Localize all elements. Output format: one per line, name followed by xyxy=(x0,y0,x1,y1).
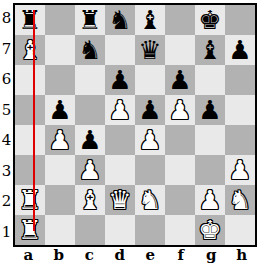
annotation-line xyxy=(33,10,35,231)
file-label-e: e xyxy=(135,246,166,263)
square-a2[interactable]: ♜ xyxy=(15,185,45,215)
square-b4[interactable]: ♟ xyxy=(45,125,75,155)
white-knight: ♞ xyxy=(138,185,161,215)
black-bishop: ♝ xyxy=(138,5,161,35)
square-f8[interactable] xyxy=(165,5,195,35)
square-d2[interactable]: ♛ xyxy=(105,185,135,215)
square-c6[interactable] xyxy=(75,65,105,95)
square-f6[interactable]: ♟ xyxy=(165,65,195,95)
black-bishop: ♝ xyxy=(198,35,221,65)
square-e6[interactable] xyxy=(135,65,165,95)
black-pawn: ♟ xyxy=(168,65,191,95)
square-e1[interactable] xyxy=(135,215,165,245)
square-b8[interactable] xyxy=(45,5,75,35)
white-rook: ♜ xyxy=(18,215,41,245)
square-f4[interactable] xyxy=(165,125,195,155)
square-g1[interactable]: ♚ xyxy=(195,215,225,245)
rank-label-8: 8 xyxy=(0,3,13,34)
rank-label-7: 7 xyxy=(0,34,13,65)
white-pawn: ♟ xyxy=(228,155,251,185)
white-bishop: ♝ xyxy=(18,35,41,65)
white-pawn: ♟ xyxy=(168,95,191,125)
square-f1[interactable] xyxy=(165,215,195,245)
square-h6[interactable] xyxy=(225,65,255,95)
square-a8[interactable]: ♜ xyxy=(15,5,45,35)
square-e8[interactable]: ♝ xyxy=(135,5,165,35)
square-b1[interactable] xyxy=(45,215,75,245)
square-c4[interactable]: ♟ xyxy=(75,125,105,155)
chess-board: ♜♜♞♝♚♝♞♛♝♟♟♟♟♟♟♟♟♟♟♟♟♟♜♝♛♞♟♞♜♚ xyxy=(13,3,257,247)
white-pawn: ♟ xyxy=(78,155,101,185)
square-f5[interactable]: ♟ xyxy=(165,95,195,125)
white-rook: ♜ xyxy=(18,185,41,215)
square-g2[interactable]: ♟ xyxy=(195,185,225,215)
black-queen: ♛ xyxy=(138,35,161,65)
square-c8[interactable]: ♜ xyxy=(75,5,105,35)
white-queen: ♛ xyxy=(108,185,131,215)
square-d3[interactable] xyxy=(105,155,135,185)
rank-label-1: 1 xyxy=(0,217,13,248)
square-e5[interactable]: ♟ xyxy=(135,95,165,125)
black-knight: ♞ xyxy=(108,5,131,35)
square-b5[interactable]: ♟ xyxy=(45,95,75,125)
black-knight: ♞ xyxy=(78,35,101,65)
square-a5[interactable] xyxy=(15,95,45,125)
square-d7[interactable] xyxy=(105,35,135,65)
square-h4[interactable] xyxy=(225,125,255,155)
file-label-f: f xyxy=(166,246,197,263)
square-c2[interactable]: ♝ xyxy=(75,185,105,215)
square-a6[interactable] xyxy=(15,65,45,95)
black-pawn: ♟ xyxy=(78,125,101,155)
black-pawn: ♟ xyxy=(138,95,161,125)
square-g3[interactable] xyxy=(195,155,225,185)
square-g8[interactable]: ♚ xyxy=(195,5,225,35)
square-h8[interactable] xyxy=(225,5,255,35)
square-a4[interactable] xyxy=(15,125,45,155)
square-c3[interactable]: ♟ xyxy=(75,155,105,185)
square-a7[interactable]: ♝ xyxy=(15,35,45,65)
rank-label-5: 5 xyxy=(0,95,13,126)
white-king: ♚ xyxy=(198,215,221,245)
square-b2[interactable] xyxy=(45,185,75,215)
white-knight: ♞ xyxy=(228,185,251,215)
square-a1[interactable]: ♜ xyxy=(15,215,45,245)
square-c5[interactable] xyxy=(75,95,105,125)
square-h1[interactable] xyxy=(225,215,255,245)
square-g6[interactable] xyxy=(195,65,225,95)
square-b3[interactable] xyxy=(45,155,75,185)
rank-labels: 87654321 xyxy=(0,3,13,247)
rank-label-2: 2 xyxy=(0,186,13,217)
square-f3[interactable] xyxy=(165,155,195,185)
black-rook: ♜ xyxy=(18,5,41,35)
file-label-d: d xyxy=(105,246,136,263)
file-label-g: g xyxy=(196,246,227,263)
file-labels: abcdefgh xyxy=(13,246,257,263)
square-g5[interactable]: ♟ xyxy=(195,95,225,125)
square-b7[interactable] xyxy=(45,35,75,65)
file-label-b: b xyxy=(44,246,75,263)
square-h2[interactable]: ♞ xyxy=(225,185,255,215)
square-d1[interactable] xyxy=(105,215,135,245)
chess-diagram: 87654321 ♜♜♞♝♚♝♞♛♝♟♟♟♟♟♟♟♟♟♟♟♟♟♜♝♛♞♟♞♜♚ … xyxy=(0,0,259,263)
rank-label-3: 3 xyxy=(0,156,13,187)
square-b6[interactable] xyxy=(45,65,75,95)
square-h7[interactable]: ♟ xyxy=(225,35,255,65)
black-rook: ♜ xyxy=(78,5,101,35)
square-f2[interactable] xyxy=(165,185,195,215)
black-pawn: ♟ xyxy=(228,35,251,65)
square-d5[interactable]: ♟ xyxy=(105,95,135,125)
rank-label-4: 4 xyxy=(0,125,13,156)
white-bishop: ♝ xyxy=(78,185,101,215)
square-e3[interactable] xyxy=(135,155,165,185)
square-d8[interactable]: ♞ xyxy=(105,5,135,35)
white-pawn: ♟ xyxy=(108,95,131,125)
square-g7[interactable]: ♝ xyxy=(195,35,225,65)
rank-label-6: 6 xyxy=(0,64,13,95)
black-pawn: ♟ xyxy=(198,95,221,125)
white-pawn: ♟ xyxy=(198,185,221,215)
square-g4[interactable] xyxy=(195,125,225,155)
square-h5[interactable] xyxy=(225,95,255,125)
file-label-c: c xyxy=(74,246,105,263)
square-c1[interactable] xyxy=(75,215,105,245)
black-king: ♚ xyxy=(198,5,221,35)
square-e2[interactable]: ♞ xyxy=(135,185,165,215)
black-pawn: ♟ xyxy=(48,95,71,125)
square-e7[interactable]: ♛ xyxy=(135,35,165,65)
file-label-h: h xyxy=(227,246,258,263)
black-pawn: ♟ xyxy=(108,65,131,95)
white-pawn: ♟ xyxy=(138,125,161,155)
white-pawn: ♟ xyxy=(48,125,71,155)
square-d4[interactable] xyxy=(105,125,135,155)
square-c7[interactable]: ♞ xyxy=(75,35,105,65)
square-h3[interactable]: ♟ xyxy=(225,155,255,185)
square-d6[interactable]: ♟ xyxy=(105,65,135,95)
file-label-a: a xyxy=(13,246,44,263)
square-e4[interactable]: ♟ xyxy=(135,125,165,155)
square-f7[interactable] xyxy=(165,35,195,65)
square-a3[interactable] xyxy=(15,155,45,185)
